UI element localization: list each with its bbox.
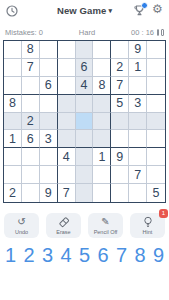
cell-r6c7[interactable] [111, 130, 129, 148]
erase-button[interactable]: Erase [46, 213, 81, 238]
cell-r7c6[interactable]: 1 [93, 148, 111, 166]
cell-r3c5[interactable]: 4 [76, 77, 94, 95]
cell-r9c6[interactable] [93, 184, 111, 202]
cell-r4c9[interactable] [147, 95, 165, 113]
cell-r6c1[interactable]: 1 [4, 130, 22, 148]
timer: 00 : 16 [131, 28, 154, 37]
pause-button[interactable] [157, 29, 164, 36]
numpad-6[interactable]: 6 [97, 243, 108, 267]
numpad-8[interactable]: 8 [134, 243, 145, 267]
hint-badge: 1 [159, 209, 168, 218]
cell-r8c9[interactable] [147, 166, 165, 184]
cell-r3c3[interactable]: 6 [40, 77, 58, 95]
status-bar: Mistakes: 0 Hard 00 : 16 [0, 27, 169, 38]
cell-r5c6[interactable] [93, 113, 111, 131]
cell-r7c8[interactable] [129, 148, 147, 166]
cell-r8c8[interactable]: 7 [129, 166, 147, 184]
numpad-3[interactable]: 3 [42, 243, 53, 267]
numpad-1[interactable]: 1 [5, 243, 16, 267]
cell-r3c1[interactable] [4, 77, 22, 95]
cell-r2c7[interactable]: 2 [111, 59, 129, 77]
cell-r4c2[interactable] [22, 95, 40, 113]
mistakes-counter: Mistakes: 0 [5, 28, 43, 37]
notification-dot [141, 2, 148, 9]
cell-r8c2[interactable] [22, 166, 40, 184]
cell-r9c2[interactable] [22, 184, 40, 202]
cell-r7c3[interactable] [40, 148, 58, 166]
cell-r2c3[interactable] [40, 59, 58, 77]
cell-r2c4[interactable] [58, 59, 76, 77]
cell-r3c4[interactable] [58, 77, 76, 95]
numpad-5[interactable]: 5 [79, 243, 90, 267]
cell-r4c1[interactable]: 8 [4, 95, 22, 113]
cell-r2c9[interactable] [147, 59, 165, 77]
undo-button[interactable]: ↺ Undo [4, 213, 39, 238]
cell-r6c2[interactable]: 6 [22, 130, 40, 148]
cell-r7c2[interactable] [22, 148, 40, 166]
cell-r2c2[interactable]: 7 [22, 59, 40, 77]
cell-r2c8[interactable]: 1 [129, 59, 147, 77]
toolbar: ↺ Undo Erase ✎ Pencil Off 1 Hint [0, 213, 169, 238]
undo-icon: ↺ [17, 216, 25, 228]
cell-r3c6[interactable]: 8 [93, 77, 111, 95]
cell-r6c5[interactable] [76, 130, 94, 148]
cell-r3c7[interactable]: 7 [111, 77, 129, 95]
cell-r1c3[interactable] [40, 41, 58, 59]
cell-r5c2[interactable]: 2 [22, 113, 40, 131]
cell-r3c9[interactable] [147, 77, 165, 95]
pencil-button[interactable]: ✎ Pencil Off [88, 213, 123, 238]
cell-r1c4[interactable] [58, 41, 76, 59]
cell-r6c4[interactable] [58, 130, 76, 148]
cell-r7c5[interactable] [76, 148, 94, 166]
cell-r9c8[interactable] [129, 184, 147, 202]
lightbulb-icon [142, 216, 154, 228]
cell-r4c4[interactable] [58, 95, 76, 113]
cell-r4c3[interactable] [40, 95, 58, 113]
cell-r1c7[interactable] [111, 41, 129, 59]
cell-r8c3[interactable] [40, 166, 58, 184]
cell-r6c9[interactable] [147, 130, 165, 148]
cell-r2c5[interactable]: 6 [76, 59, 94, 77]
cell-r1c9[interactable] [147, 41, 165, 59]
eraser-icon [58, 216, 70, 228]
cell-r9c3[interactable]: 9 [40, 184, 58, 202]
cell-r5c5[interactable] [76, 113, 94, 131]
cell-r3c2[interactable] [22, 77, 40, 95]
cell-r4c5[interactable] [76, 95, 94, 113]
cell-r9c7[interactable] [111, 184, 129, 202]
numpad-2[interactable]: 2 [23, 243, 34, 267]
chevron-down-icon: ▾ [108, 7, 112, 14]
cell-r1c8[interactable]: 9 [129, 41, 147, 59]
sudoku-board: 8976216487853216341972975 [3, 40, 166, 203]
numpad-4[interactable]: 4 [60, 243, 71, 267]
cell-r1c5[interactable] [76, 41, 94, 59]
cell-r9c1[interactable]: 2 [4, 184, 22, 202]
cell-r1c6[interactable] [93, 41, 111, 59]
cell-r5c7[interactable] [111, 113, 129, 131]
cell-r5c9[interactable] [147, 113, 165, 131]
trophy-icon[interactable] [132, 3, 147, 18]
cell-r7c9[interactable] [147, 148, 165, 166]
cell-r9c5[interactable] [76, 184, 94, 202]
hint-button[interactable]: 1 Hint [130, 213, 165, 238]
cell-r2c1[interactable] [4, 59, 22, 77]
cell-r5c3[interactable] [40, 113, 58, 131]
cell-r9c4[interactable]: 7 [58, 184, 76, 202]
cell-r6c3[interactable]: 3 [40, 130, 58, 148]
cell-r5c4[interactable] [58, 113, 76, 131]
cell-r7c7[interactable]: 9 [111, 148, 129, 166]
cell-r4c8[interactable]: 3 [129, 95, 147, 113]
cell-r8c5[interactable] [76, 166, 94, 184]
cell-r3c8[interactable] [129, 77, 147, 95]
cell-r6c8[interactable] [129, 130, 147, 148]
gear-icon[interactable]: ⚙ [150, 2, 165, 17]
page-title: New Game [57, 5, 106, 16]
top-bar: New Game▾ ⚙ [0, 0, 169, 22]
cell-r7c4[interactable]: 4 [58, 148, 76, 166]
cell-r9c9[interactable]: 5 [147, 184, 165, 202]
cell-r8c4[interactable] [58, 166, 76, 184]
number-pad: 123456789 [0, 243, 169, 267]
cell-r5c1[interactable] [4, 113, 22, 131]
cell-r6c6[interactable] [93, 130, 111, 148]
cell-r1c1[interactable] [4, 41, 22, 59]
cell-r1c2[interactable]: 8 [22, 41, 40, 59]
cell-r5c8[interactable] [129, 113, 147, 131]
numpad-7[interactable]: 7 [116, 243, 127, 267]
pencil-icon: ✎ [101, 216, 109, 228]
cell-r7c1[interactable] [4, 148, 22, 166]
numpad-9[interactable]: 9 [153, 243, 164, 267]
cell-r8c7[interactable] [111, 166, 129, 184]
difficulty-label: Hard [79, 28, 95, 37]
cell-r4c6[interactable] [93, 95, 111, 113]
cell-r8c1[interactable] [4, 166, 22, 184]
cell-r8c6[interactable] [93, 166, 111, 184]
cell-r2c6[interactable] [93, 59, 111, 77]
cell-r4c7[interactable]: 5 [111, 95, 129, 113]
